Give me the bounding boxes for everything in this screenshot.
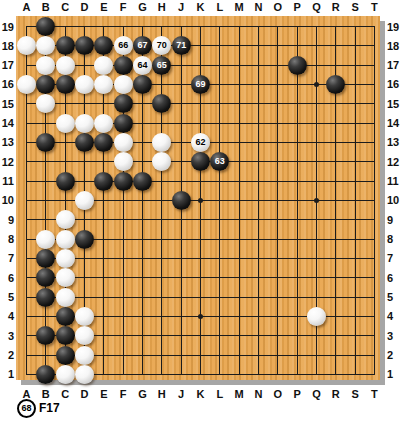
column-label-bottom: T	[364, 388, 384, 401]
column-label-bottom: P	[287, 388, 307, 401]
black-stone[interactable]	[172, 191, 191, 210]
white-stone[interactable]: 64	[133, 56, 152, 75]
column-label-bottom: J	[171, 388, 191, 401]
grid-line-horizontal	[26, 219, 375, 220]
row-label-left: 1	[0, 367, 14, 381]
row-label-right: 2	[387, 348, 400, 362]
column-label-bottom: R	[326, 388, 346, 401]
row-label-left: 9	[0, 213, 14, 227]
white-stone[interactable]	[56, 210, 75, 229]
caption-move-stone: 68	[17, 399, 36, 418]
column-label-top: B	[36, 1, 56, 14]
row-label-right: 6	[387, 271, 400, 285]
grid-line-vertical	[258, 26, 259, 375]
white-stone[interactable]	[75, 346, 94, 365]
white-stone[interactable]	[17, 75, 36, 94]
row-label-left: 8	[0, 232, 14, 246]
white-stone[interactable]	[75, 365, 94, 384]
grid-line-vertical	[219, 26, 220, 375]
grid-line-horizontal	[26, 277, 375, 278]
row-label-right: 17	[387, 58, 400, 72]
white-stone[interactable]	[36, 230, 55, 249]
row-label-left: 14	[0, 116, 14, 130]
row-label-right: 5	[387, 290, 400, 304]
row-label-left: 18	[0, 39, 14, 53]
row-label-right: 4	[387, 309, 400, 323]
column-label-top: M	[229, 1, 249, 14]
black-stone[interactable]: 71	[172, 36, 191, 55]
column-label-top: H	[152, 1, 172, 14]
row-label-left: 15	[0, 97, 14, 111]
white-stone[interactable]	[94, 56, 113, 75]
star-point	[198, 314, 203, 319]
column-label-bottom: F	[113, 388, 133, 401]
column-label-bottom: M	[229, 388, 249, 401]
grid-line-vertical	[277, 26, 278, 375]
white-stone[interactable]	[75, 75, 94, 94]
go-kifu-diagram: 666770716465696263AABBCCDDEEFFGGHHJJKKLL…	[0, 0, 400, 426]
white-stone[interactable]	[114, 152, 133, 171]
column-label-bottom: Q	[306, 388, 326, 401]
row-label-right: 10	[387, 193, 400, 207]
row-label-right: 9	[387, 213, 400, 227]
black-stone[interactable]	[36, 288, 55, 307]
white-stone[interactable]	[75, 191, 94, 210]
column-label-top: R	[326, 1, 346, 14]
column-label-top: J	[171, 1, 191, 14]
column-label-top: O	[268, 1, 288, 14]
black-stone[interactable]	[114, 94, 133, 113]
column-label-top: P	[287, 1, 307, 14]
row-label-left: 19	[0, 20, 14, 34]
row-label-right: 18	[387, 39, 400, 53]
white-stone[interactable]	[307, 307, 326, 326]
column-label-top: L	[210, 1, 230, 14]
row-label-left: 3	[0, 329, 14, 343]
white-stone[interactable]	[56, 114, 75, 133]
black-stone[interactable]	[56, 307, 75, 326]
grid-line-vertical	[355, 26, 356, 375]
star-point	[314, 198, 319, 203]
row-label-left: 16	[0, 77, 14, 91]
column-label-top: G	[132, 1, 152, 14]
star-point	[198, 198, 203, 203]
white-stone[interactable]	[56, 365, 75, 384]
black-stone[interactable]	[94, 172, 113, 191]
black-stone[interactable]	[133, 172, 152, 191]
black-stone[interactable]	[56, 346, 75, 365]
column-label-top: E	[94, 1, 114, 14]
black-stone[interactable]: 65	[152, 56, 171, 75]
black-stone[interactable]	[56, 75, 75, 94]
white-stone[interactable]	[56, 288, 75, 307]
column-label-top: Q	[306, 1, 326, 14]
column-label-bottom: N	[248, 388, 268, 401]
white-stone[interactable]: 66	[114, 36, 133, 55]
row-label-right: 13	[387, 135, 400, 149]
black-stone[interactable]	[75, 230, 94, 249]
black-stone[interactable]	[114, 172, 133, 191]
row-label-right: 16	[387, 77, 400, 91]
column-label-top: F	[113, 1, 133, 14]
black-stone[interactable]: 69	[191, 75, 210, 94]
column-label-top: K	[190, 1, 210, 14]
column-label-top: A	[17, 1, 37, 14]
column-label-bottom: H	[152, 388, 172, 401]
white-stone[interactable]	[56, 268, 75, 287]
column-label-bottom: L	[210, 388, 230, 401]
caption-location: F17	[39, 401, 60, 415]
row-label-right: 12	[387, 155, 400, 169]
row-label-right: 8	[387, 232, 400, 246]
row-label-left: 13	[0, 135, 14, 149]
row-label-right: 1	[387, 367, 400, 381]
column-label-top: D	[74, 1, 94, 14]
star-point	[314, 82, 319, 87]
black-stone[interactable]	[56, 326, 75, 345]
white-stone[interactable]	[56, 249, 75, 268]
white-stone[interactable]: 62	[191, 133, 210, 152]
column-label-bottom: K	[190, 388, 210, 401]
white-stone[interactable]	[36, 56, 55, 75]
column-label-top: C	[55, 1, 75, 14]
black-stone[interactable]	[114, 114, 133, 133]
white-stone[interactable]	[114, 133, 133, 152]
column-label-top: S	[345, 1, 365, 14]
black-stone[interactable]	[114, 56, 133, 75]
row-label-right: 11	[387, 174, 400, 188]
row-label-left: 2	[0, 348, 14, 362]
column-label-bottom: D	[74, 388, 94, 401]
black-stone[interactable]	[75, 133, 94, 152]
row-label-right: 7	[387, 251, 400, 265]
column-label-bottom: G	[132, 388, 152, 401]
column-label-bottom: S	[345, 388, 365, 401]
row-label-right: 3	[387, 329, 400, 343]
white-stone[interactable]	[75, 307, 94, 326]
row-label-right: 14	[387, 116, 400, 130]
row-label-left: 10	[0, 193, 14, 207]
black-stone[interactable]	[56, 172, 75, 191]
row-label-left: 12	[0, 155, 14, 169]
row-label-left: 17	[0, 58, 14, 72]
white-stone[interactable]	[56, 56, 75, 75]
row-label-right: 19	[387, 20, 400, 34]
grid-line-vertical	[297, 26, 298, 375]
grid-line-vertical	[374, 26, 375, 375]
caption: 68 F17	[17, 398, 60, 418]
column-label-top: N	[248, 1, 268, 14]
white-stone[interactable]	[94, 114, 113, 133]
grid-line-horizontal	[26, 258, 375, 259]
row-label-left: 7	[0, 251, 14, 265]
black-stone[interactable]	[56, 36, 75, 55]
column-label-bottom: E	[94, 388, 114, 401]
column-label-bottom: O	[268, 388, 288, 401]
row-label-left: 11	[0, 174, 14, 188]
row-label-left: 5	[0, 290, 14, 304]
row-label-left: 6	[0, 271, 14, 285]
black-stone[interactable]	[133, 75, 152, 94]
column-label-top: T	[364, 1, 384, 14]
white-stone[interactable]	[56, 230, 75, 249]
black-stone[interactable]	[288, 56, 307, 75]
grid-line-horizontal	[26, 297, 375, 298]
grid-line-vertical	[239, 26, 240, 375]
white-stone[interactable]	[75, 114, 94, 133]
white-stone[interactable]	[114, 75, 133, 94]
black-stone[interactable]	[36, 365, 55, 384]
row-label-left: 4	[0, 309, 14, 323]
row-label-right: 15	[387, 97, 400, 111]
